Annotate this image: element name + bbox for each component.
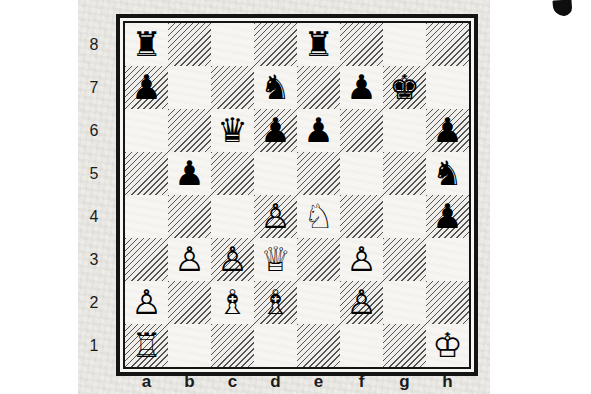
square-c3[interactable]: ♙ (211, 238, 254, 281)
square-d6[interactable]: ♟ (254, 109, 297, 152)
square-c4[interactable] (211, 195, 254, 238)
square-b6[interactable] (168, 109, 211, 152)
square-a5[interactable] (125, 152, 168, 195)
square-f4[interactable] (340, 195, 383, 238)
square-c6[interactable]: ♛ (211, 109, 254, 152)
square-g5[interactable] (383, 152, 426, 195)
square-b4[interactable] (168, 195, 211, 238)
square-g1[interactable] (383, 324, 426, 367)
square-b7[interactable] (168, 66, 211, 109)
piece-black-king[interactable]: ♚ (383, 66, 426, 109)
square-e7[interactable] (297, 66, 340, 109)
square-b8[interactable] (168, 23, 211, 66)
square-d5[interactable] (254, 152, 297, 195)
square-g7[interactable]: ♚ (383, 66, 426, 109)
square-d3[interactable]: ♕ (254, 238, 297, 281)
square-f1[interactable] (340, 324, 383, 367)
piece-black-pawn[interactable]: ♟ (426, 195, 469, 238)
piece-white-king[interactable]: ♔ (426, 324, 469, 367)
piece-black-pawn[interactable]: ♟ (125, 66, 168, 109)
square-h8[interactable] (426, 23, 469, 66)
square-h2[interactable] (426, 281, 469, 324)
rank-label-7: 7 (82, 66, 106, 109)
square-f8[interactable] (340, 23, 383, 66)
square-a4[interactable] (125, 195, 168, 238)
square-f2[interactable]: ♙ (340, 281, 383, 324)
square-a6[interactable] (125, 109, 168, 152)
square-d2[interactable]: ♗ (254, 281, 297, 324)
file-label-e: e (297, 371, 340, 393)
square-e3[interactable] (297, 238, 340, 281)
piece-black-rook[interactable]: ♜ (297, 23, 340, 66)
square-h6[interactable]: ♟ (426, 109, 469, 152)
piece-white-queen[interactable]: ♕ (254, 238, 297, 281)
square-e1[interactable] (297, 324, 340, 367)
square-b2[interactable] (168, 281, 211, 324)
piece-black-knight[interactable]: ♞ (426, 152, 469, 195)
square-a1[interactable]: ♖ (125, 324, 168, 367)
piece-white-knight[interactable]: ♘ (297, 195, 340, 238)
piece-white-pawn[interactable]: ♙ (340, 281, 383, 324)
piece-white-pawn[interactable]: ♙ (125, 281, 168, 324)
chess-board-frame: ♜♜♟♞♟♚♛♟♟♟♟♞♙♘♟♙♙♕♙♙♗♗♙♖♔ (116, 14, 478, 376)
piece-black-pawn[interactable]: ♟ (254, 109, 297, 152)
piece-white-pawn[interactable]: ♙ (168, 238, 211, 281)
file-label-c: c (211, 371, 254, 393)
piece-white-pawn[interactable]: ♙ (254, 195, 297, 238)
piece-white-rook[interactable]: ♖ (125, 324, 168, 367)
file-label-g: g (383, 371, 426, 393)
square-h3[interactable] (426, 238, 469, 281)
file-label-h: h (426, 371, 469, 393)
piece-black-knight[interactable]: ♞ (254, 66, 297, 109)
file-label-a: a (125, 371, 168, 393)
square-f6[interactable] (340, 109, 383, 152)
square-e6[interactable]: ♟ (297, 109, 340, 152)
file-label-row: abcdefgh (125, 371, 469, 393)
square-e5[interactable] (297, 152, 340, 195)
piece-black-pawn[interactable]: ♟ (340, 66, 383, 109)
square-f5[interactable] (340, 152, 383, 195)
piece-black-pawn[interactable]: ♟ (297, 109, 340, 152)
square-g4[interactable] (383, 195, 426, 238)
square-g8[interactable] (383, 23, 426, 66)
rank-label-1: 1 (82, 324, 106, 367)
square-g6[interactable] (383, 109, 426, 152)
square-h7[interactable] (426, 66, 469, 109)
chess-board: ♜♜♟♞♟♚♛♟♟♟♟♞♙♘♟♙♙♕♙♙♗♗♙♖♔ (123, 21, 471, 369)
rank-label-5: 5 (82, 152, 106, 195)
piece-white-pawn[interactable]: ♙ (340, 238, 383, 281)
rank-label-8: 8 (82, 23, 106, 66)
square-d4[interactable]: ♙ (254, 195, 297, 238)
square-c7[interactable] (211, 66, 254, 109)
square-a8[interactable]: ♜ (125, 23, 168, 66)
file-label-f: f (340, 371, 383, 393)
square-g2[interactable] (383, 281, 426, 324)
piece-black-rook[interactable]: ♜ (125, 23, 168, 66)
file-label-d: d (254, 371, 297, 393)
square-e4[interactable]: ♘ (297, 195, 340, 238)
square-b5[interactable]: ♟ (168, 152, 211, 195)
square-c1[interactable] (211, 324, 254, 367)
square-d7[interactable]: ♞ (254, 66, 297, 109)
square-g3[interactable] (383, 238, 426, 281)
piece-white-bishop[interactable]: ♗ (211, 281, 254, 324)
square-a7[interactable]: ♟ (125, 66, 168, 109)
square-c8[interactable] (211, 23, 254, 66)
piece-white-bishop[interactable]: ♗ (254, 281, 297, 324)
square-d8[interactable] (254, 23, 297, 66)
square-a2[interactable]: ♙ (125, 281, 168, 324)
piece-black-queen[interactable]: ♛ (211, 109, 254, 152)
rank-label-3: 3 (82, 238, 106, 281)
square-h5[interactable]: ♞ (426, 152, 469, 195)
scan-ink-artifact (552, 0, 572, 17)
square-a3[interactable] (125, 238, 168, 281)
square-f3[interactable]: ♙ (340, 238, 383, 281)
square-b3[interactable]: ♙ (168, 238, 211, 281)
square-e8[interactable]: ♜ (297, 23, 340, 66)
rank-label-4: 4 (82, 195, 106, 238)
square-c5[interactable] (211, 152, 254, 195)
square-f7[interactable]: ♟ (340, 66, 383, 109)
square-h1[interactable]: ♔ (426, 324, 469, 367)
square-e2[interactable] (297, 281, 340, 324)
piece-black-pawn[interactable]: ♟ (426, 109, 469, 152)
square-d1[interactable] (254, 324, 297, 367)
piece-black-pawn[interactable]: ♟ (168, 152, 211, 195)
rank-label-column: 87654321 (82, 23, 106, 367)
piece-white-pawn[interactable]: ♙ (211, 238, 254, 281)
square-c2[interactable]: ♗ (211, 281, 254, 324)
square-b1[interactable] (168, 324, 211, 367)
rank-label-2: 2 (82, 281, 106, 324)
rank-label-6: 6 (82, 109, 106, 152)
file-label-b: b (168, 371, 211, 393)
square-h4[interactable]: ♟ (426, 195, 469, 238)
